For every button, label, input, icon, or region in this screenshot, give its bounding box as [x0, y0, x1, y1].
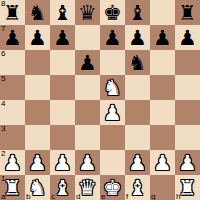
rank-label: 6 [1, 50, 5, 58]
white-pawn-piece[interactable]: ♟ [175, 150, 200, 175]
square-c3[interactable] [50, 125, 75, 150]
square-e6[interactable] [100, 50, 125, 75]
square-b8[interactable]: ♞ [25, 0, 50, 25]
square-e3[interactable] [100, 125, 125, 150]
square-h7[interactable]: ♟ [175, 25, 200, 50]
square-c4[interactable] [50, 100, 75, 125]
square-f2[interactable]: ♟ [125, 150, 150, 175]
black-pawn-piece[interactable]: ♟ [75, 50, 100, 75]
black-rook-piece[interactable]: ♜ [175, 0, 200, 25]
square-d1[interactable]: d♛ [75, 175, 100, 200]
black-rook-piece[interactable]: ♜ [0, 0, 25, 25]
square-g3[interactable] [150, 125, 175, 150]
square-d4[interactable] [75, 100, 100, 125]
square-h4[interactable] [175, 100, 200, 125]
square-d2[interactable]: ♟ [75, 150, 100, 175]
white-pawn-piece[interactable]: ♟ [125, 150, 150, 175]
square-g7[interactable]: ♟ [150, 25, 175, 50]
white-rook-piece[interactable]: ♜ [175, 175, 200, 200]
square-f5[interactable] [125, 75, 150, 100]
white-pawn-piece[interactable]: ♟ [75, 150, 100, 175]
black-queen-piece[interactable]: ♛ [75, 0, 100, 25]
square-b4[interactable] [25, 100, 50, 125]
black-pawn-piece[interactable]: ♟ [175, 25, 200, 50]
square-b2[interactable]: ♟ [25, 150, 50, 175]
black-knight-piece[interactable]: ♞ [125, 50, 150, 75]
square-b5[interactable] [25, 75, 50, 100]
white-knight-piece[interactable]: ♞ [25, 175, 50, 200]
square-g5[interactable] [150, 75, 175, 100]
square-b1[interactable]: b♞ [25, 175, 50, 200]
rank-label: 5 [1, 75, 5, 83]
square-e4[interactable]: ♟ [100, 100, 125, 125]
square-f8[interactable]: ♝ [125, 0, 150, 25]
square-d5[interactable] [75, 75, 100, 100]
white-knight-piece[interactable]: ♞ [100, 75, 125, 100]
square-a5[interactable]: 5 [0, 75, 25, 100]
square-h1[interactable]: h♜ [175, 175, 200, 200]
square-f6[interactable]: ♞ [125, 50, 150, 75]
black-knight-piece[interactable]: ♞ [25, 0, 50, 25]
square-c6[interactable] [50, 50, 75, 75]
square-h6[interactable] [175, 50, 200, 75]
square-b3[interactable] [25, 125, 50, 150]
square-a1[interactable]: 1a♜ [0, 175, 25, 200]
square-g2[interactable]: ♟ [150, 150, 175, 175]
chess-board: 8♜♞♝♛♚♝♜7♟♟♟♟♟♟♟6♟♞5♞4♟32♟♟♟♟♟♟♟1a♜b♞c♝d… [0, 0, 200, 200]
square-a4[interactable]: 4 [0, 100, 25, 125]
square-f4[interactable] [125, 100, 150, 125]
white-rook-piece[interactable]: ♜ [0, 175, 25, 200]
file-label: g [151, 193, 155, 200]
square-h5[interactable] [175, 75, 200, 100]
square-e5[interactable]: ♞ [100, 75, 125, 100]
square-h3[interactable] [175, 125, 200, 150]
white-pawn-piece[interactable]: ♟ [25, 150, 50, 175]
square-a2[interactable]: 2♟ [0, 150, 25, 175]
white-pawn-piece[interactable]: ♟ [100, 100, 125, 125]
square-c1[interactable]: c♝ [50, 175, 75, 200]
white-bishop-piece[interactable]: ♝ [125, 175, 150, 200]
square-d8[interactable]: ♛ [75, 0, 100, 25]
square-e8[interactable]: ♚ [100, 0, 125, 25]
square-c2[interactable]: ♟ [50, 150, 75, 175]
black-bishop-piece[interactable]: ♝ [125, 0, 150, 25]
rank-label: 4 [1, 100, 5, 108]
square-c7[interactable]: ♟ [50, 25, 75, 50]
black-pawn-piece[interactable]: ♟ [150, 25, 175, 50]
white-pawn-piece[interactable]: ♟ [50, 150, 75, 175]
black-king-piece[interactable]: ♚ [100, 0, 125, 25]
rank-label: 3 [1, 125, 5, 133]
black-pawn-piece[interactable]: ♟ [100, 25, 125, 50]
square-h2[interactable]: ♟ [175, 150, 200, 175]
square-g1[interactable]: g [150, 175, 175, 200]
square-g8[interactable] [150, 0, 175, 25]
square-b6[interactable] [25, 50, 50, 75]
square-e2[interactable] [100, 150, 125, 175]
square-e1[interactable]: e♚ [100, 175, 125, 200]
black-bishop-piece[interactable]: ♝ [50, 0, 75, 25]
square-a8[interactable]: 8♜ [0, 0, 25, 25]
white-king-piece[interactable]: ♚ [100, 175, 125, 200]
square-d3[interactable] [75, 125, 100, 150]
white-pawn-piece[interactable]: ♟ [150, 150, 175, 175]
square-g4[interactable] [150, 100, 175, 125]
black-pawn-piece[interactable]: ♟ [50, 25, 75, 50]
square-a7[interactable]: 7♟ [0, 25, 25, 50]
square-f7[interactable]: ♟ [125, 25, 150, 50]
square-a6[interactable]: 6 [0, 50, 25, 75]
black-pawn-piece[interactable]: ♟ [0, 25, 25, 50]
square-c5[interactable] [50, 75, 75, 100]
square-h8[interactable]: ♜ [175, 0, 200, 25]
black-pawn-piece[interactable]: ♟ [125, 25, 150, 50]
square-f1[interactable]: f♝ [125, 175, 150, 200]
square-e7[interactable]: ♟ [100, 25, 125, 50]
white-queen-piece[interactable]: ♛ [75, 175, 100, 200]
white-pawn-piece[interactable]: ♟ [0, 150, 25, 175]
square-d7[interactable] [75, 25, 100, 50]
white-bishop-piece[interactable]: ♝ [50, 175, 75, 200]
square-f3[interactable] [125, 125, 150, 150]
square-g6[interactable] [150, 50, 175, 75]
square-c8[interactable]: ♝ [50, 0, 75, 25]
square-d6[interactable]: ♟ [75, 50, 100, 75]
square-a3[interactable]: 3 [0, 125, 25, 150]
square-b7[interactable]: ♟ [25, 25, 50, 50]
black-pawn-piece[interactable]: ♟ [25, 25, 50, 50]
